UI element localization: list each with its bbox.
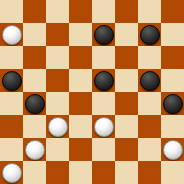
square-r3c4[interactable] — [92, 69, 115, 92]
black-checker[interactable] — [163, 94, 183, 114]
square-r5c4[interactable] — [92, 115, 115, 138]
square-r4c3[interactable] — [69, 92, 92, 115]
square-r0c7[interactable] — [161, 0, 184, 23]
square-r5c3 — [69, 115, 92, 138]
square-r4c6 — [138, 92, 161, 115]
square-r7c1 — [23, 161, 46, 184]
square-r0c2 — [46, 0, 69, 23]
square-r2c3[interactable] — [69, 46, 92, 69]
square-r3c1 — [23, 69, 46, 92]
square-r4c5[interactable] — [115, 92, 138, 115]
square-r5c7 — [161, 115, 184, 138]
square-r5c1 — [23, 115, 46, 138]
square-r0c3[interactable] — [69, 0, 92, 23]
square-r0c5[interactable] — [115, 0, 138, 23]
square-r5c6[interactable] — [138, 115, 161, 138]
white-checker[interactable] — [48, 117, 68, 137]
square-r2c6 — [138, 46, 161, 69]
square-r4c1[interactable] — [23, 92, 46, 115]
square-r7c6[interactable] — [138, 161, 161, 184]
square-r1c6[interactable] — [138, 23, 161, 46]
black-checker[interactable] — [94, 71, 114, 91]
black-checker[interactable] — [25, 94, 45, 114]
square-r1c4[interactable] — [92, 23, 115, 46]
square-r6c1[interactable] — [23, 138, 46, 161]
square-r6c0 — [0, 138, 23, 161]
square-r2c2 — [46, 46, 69, 69]
square-r3c6[interactable] — [138, 69, 161, 92]
square-r6c5[interactable] — [115, 138, 138, 161]
square-r2c5[interactable] — [115, 46, 138, 69]
square-r4c0 — [0, 92, 23, 115]
checkers-board — [0, 0, 184, 184]
square-r2c1[interactable] — [23, 46, 46, 69]
square-r0c0 — [0, 0, 23, 23]
square-r0c4 — [92, 0, 115, 23]
square-r2c4 — [92, 46, 115, 69]
square-r5c5 — [115, 115, 138, 138]
square-r7c7 — [161, 161, 184, 184]
square-r3c5 — [115, 69, 138, 92]
square-r7c2[interactable] — [46, 161, 69, 184]
square-r3c3 — [69, 69, 92, 92]
white-checker[interactable] — [2, 163, 22, 183]
square-r5c0[interactable] — [0, 115, 23, 138]
square-r1c3 — [69, 23, 92, 46]
white-checker[interactable] — [25, 140, 45, 160]
square-r0c1[interactable] — [23, 0, 46, 23]
square-r4c4 — [92, 92, 115, 115]
square-r1c1 — [23, 23, 46, 46]
square-r7c3 — [69, 161, 92, 184]
black-checker[interactable] — [94, 25, 114, 45]
black-checker[interactable] — [140, 71, 160, 91]
square-r1c0[interactable] — [0, 23, 23, 46]
square-r3c0[interactable] — [0, 69, 23, 92]
white-checker[interactable] — [163, 140, 183, 160]
square-r1c7 — [161, 23, 184, 46]
square-r7c0[interactable] — [0, 161, 23, 184]
square-r3c7 — [161, 69, 184, 92]
white-checker[interactable] — [94, 117, 114, 137]
square-r4c2 — [46, 92, 69, 115]
square-r2c0 — [0, 46, 23, 69]
square-r4c7[interactable] — [161, 92, 184, 115]
square-r1c5 — [115, 23, 138, 46]
square-r3c2[interactable] — [46, 69, 69, 92]
black-checker[interactable] — [140, 25, 160, 45]
square-r6c3[interactable] — [69, 138, 92, 161]
white-checker[interactable] — [2, 25, 22, 45]
square-r2c7[interactable] — [161, 46, 184, 69]
square-r6c6 — [138, 138, 161, 161]
square-r1c2[interactable] — [46, 23, 69, 46]
black-checker[interactable] — [2, 71, 22, 91]
square-r0c6 — [138, 0, 161, 23]
square-r7c5 — [115, 161, 138, 184]
square-r6c2 — [46, 138, 69, 161]
square-r6c7[interactable] — [161, 138, 184, 161]
square-r6c4 — [92, 138, 115, 161]
square-r5c2[interactable] — [46, 115, 69, 138]
square-r7c4[interactable] — [92, 161, 115, 184]
